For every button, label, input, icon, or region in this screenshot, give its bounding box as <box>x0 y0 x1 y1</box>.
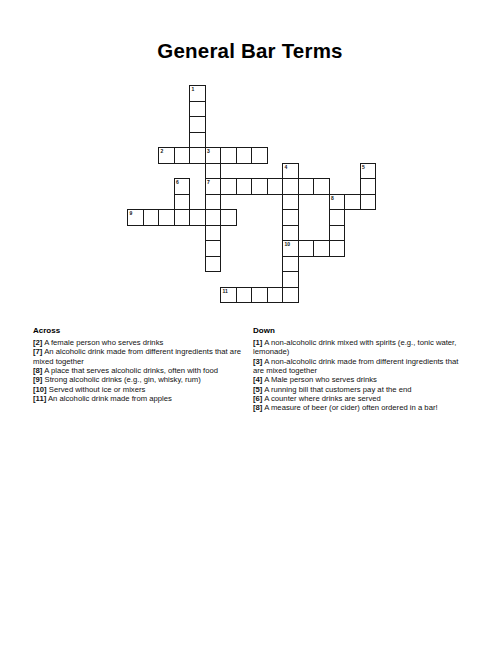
grid-cell-r12c10[interactable] <box>282 271 299 288</box>
grid-cell-r6c8[interactable] <box>251 178 268 195</box>
cell-number-label: 1 <box>192 86 195 93</box>
clue-down-5: [5] A running bill that customers pay at… <box>253 385 469 394</box>
grid-cell-r6c7[interactable] <box>236 178 253 195</box>
clue-text: Served without ice or mixers <box>49 385 146 394</box>
clue-number: [8] <box>33 366 42 375</box>
grid-cell-r10c10[interactable]: 10 <box>282 240 299 257</box>
puzzle-title: General Bar Terms <box>0 40 500 61</box>
clue-down-6: [6] A counter where drinks are served <box>253 394 469 403</box>
clue-number: [10] <box>33 385 47 394</box>
grid-cell-r6c6[interactable] <box>220 178 237 195</box>
grid-cell-r8c10[interactable] <box>282 209 299 226</box>
crossword-page: General Bar Terms 1234567891011 Across [… <box>0 0 500 647</box>
grid-cell-r10c13[interactable] <box>329 240 346 257</box>
clue-across-9: [9] Strong alcoholic drinks (e.g., gin, … <box>33 375 249 384</box>
grid-cell-r10c5[interactable] <box>205 240 222 257</box>
clue-text: A place that serves alcoholic drinks, of… <box>44 366 218 375</box>
grid-cell-r11c10[interactable] <box>282 256 299 273</box>
across-clue-list: [2] A female person who serves drinks[7]… <box>33 338 249 403</box>
clue-across-2: [2] A female person who serves drinks <box>33 338 249 347</box>
cell-number-label: 4 <box>285 164 288 171</box>
grid-cell-r4c8[interactable] <box>251 147 268 164</box>
clue-number: [6] <box>253 394 262 403</box>
cell-number-label: 10 <box>285 241 291 248</box>
grid-cell-r7c5[interactable] <box>205 194 222 211</box>
grid-cell-r4c6[interactable] <box>220 147 237 164</box>
grid-cell-r9c13[interactable] <box>329 225 346 242</box>
clue-text: A female person who serves drinks <box>44 338 163 347</box>
grid-cell-r6c11[interactable] <box>298 178 315 195</box>
grid-cell-r6c3[interactable]: 6 <box>174 178 191 195</box>
grid-cell-r4c7[interactable] <box>236 147 253 164</box>
clue-down-4: [4] A Male person who serves drinks <box>253 375 469 384</box>
clue-number: [7] <box>33 347 42 356</box>
grid-cell-r4c3[interactable] <box>174 147 191 164</box>
clue-text: A measure of beer (or cider) often order… <box>264 403 438 412</box>
grid-cell-r4c5[interactable]: 3 <box>205 147 222 164</box>
grid-cell-r8c6[interactable] <box>220 209 237 226</box>
clue-text: A Male person who serves drinks <box>264 375 377 384</box>
grid-cell-r6c15[interactable] <box>360 178 377 195</box>
crossword-grid: 1234567891011 <box>127 85 376 303</box>
down-clue-list: [1] A non-alcoholic drink mixed with spi… <box>253 338 469 413</box>
grid-cell-r11c5[interactable] <box>205 256 222 273</box>
grid-cell-r1c4[interactable] <box>189 101 206 118</box>
grid-cell-r6c12[interactable] <box>313 178 330 195</box>
clue-text: An alcoholic drink made from different i… <box>33 347 241 365</box>
grid-cell-r5c5[interactable] <box>205 163 222 180</box>
grid-cell-r7c3[interactable] <box>174 194 191 211</box>
grid-cell-r8c13[interactable] <box>329 209 346 226</box>
grid-cell-r2c4[interactable] <box>189 116 206 133</box>
down-header: Down <box>253 326 469 336</box>
grid-cell-r5c10[interactable]: 4 <box>282 163 299 180</box>
clue-across-10: [10] Served without ice or mixers <box>33 385 249 394</box>
cell-number-label: 9 <box>130 210 133 217</box>
grid-cell-r8c2[interactable] <box>158 209 175 226</box>
clue-number: [2] <box>33 338 42 347</box>
clue-down-3: [3] A non-alcoholic drink made from diff… <box>253 357 469 376</box>
grid-cell-r0c4[interactable]: 1 <box>189 85 206 102</box>
clue-text: A counter where drinks are served <box>264 394 381 403</box>
clue-number: [3] <box>253 357 262 366</box>
clue-across-8: [8] A place that serves alcoholic drinks… <box>33 366 249 375</box>
grid-cell-r7c13[interactable]: 8 <box>329 194 346 211</box>
grid-cell-r13c7[interactable] <box>236 287 253 304</box>
clue-text: A running bill that customers pay at the… <box>264 385 411 394</box>
grid-cell-r4c4[interactable] <box>189 147 206 164</box>
grid-cell-r8c4[interactable] <box>189 209 206 226</box>
grid-cell-r7c10[interactable] <box>282 194 299 211</box>
grid-cell-r6c5[interactable]: 7 <box>205 178 222 195</box>
clue-number: [9] <box>33 375 42 384</box>
grid-cell-r7c15[interactable] <box>360 194 377 211</box>
clue-number: [4] <box>253 375 262 384</box>
clue-text: An alcoholic drink made from apples <box>48 394 172 403</box>
clue-across-11: [11] An alcoholic drink made from apples <box>33 394 249 403</box>
cell-number-label: 6 <box>176 179 179 186</box>
grid-cell-r6c10[interactable] <box>282 178 299 195</box>
cell-number-label: 11 <box>223 288 228 295</box>
grid-cell-r8c1[interactable] <box>143 209 160 226</box>
clue-number: [5] <box>253 385 262 394</box>
grid-cell-r4c2[interactable]: 2 <box>158 147 175 164</box>
grid-cell-r13c6[interactable]: 11 <box>220 287 237 304</box>
grid-cell-r13c9[interactable] <box>267 287 284 304</box>
clue-down-8: [8] A measure of beer (or cider) often o… <box>253 403 469 412</box>
grid-cell-r8c3[interactable] <box>174 209 191 226</box>
clue-text: Strong alcoholic drinks (e.g., gin, whis… <box>45 375 201 384</box>
grid-cell-r3c4[interactable] <box>189 132 206 149</box>
across-header: Across <box>33 326 249 336</box>
cell-number-label: 7 <box>207 179 210 186</box>
clue-down-1: [1] A non-alcoholic drink mixed with spi… <box>253 338 469 357</box>
clue-text: A non-alcoholic drink mixed with spirits… <box>253 338 456 356</box>
grid-cell-r8c5[interactable] <box>205 209 222 226</box>
clue-number: [11] <box>33 394 46 403</box>
clue-across-7: [7] An alcoholic drink made from differe… <box>33 347 249 366</box>
clue-number: [8] <box>253 403 262 412</box>
grid-cell-r7c14[interactable] <box>344 194 361 211</box>
grid-cell-r5c15[interactable]: 5 <box>360 163 377 180</box>
grid-cell-r9c5[interactable] <box>205 225 222 242</box>
grid-cell-r13c8[interactable] <box>251 287 268 304</box>
across-clues-section: Across [2] A female person who serves dr… <box>33 326 249 403</box>
grid-cell-r9c10[interactable] <box>282 225 299 242</box>
grid-cell-r8c0[interactable]: 9 <box>127 209 144 226</box>
grid-cell-r6c9[interactable] <box>267 178 284 195</box>
cell-number-label: 3 <box>207 148 210 155</box>
grid-cell-r10c11[interactable] <box>298 240 315 257</box>
cell-number-label: 8 <box>331 195 334 202</box>
clue-number: [1] <box>253 338 262 347</box>
clue-text: A non-alcoholic drink made from differen… <box>253 357 458 375</box>
grid-cell-r13c10[interactable] <box>282 287 299 304</box>
down-clues-section: Down [1] A non-alcoholic drink mixed wit… <box>253 326 469 413</box>
cell-number-label: 2 <box>161 148 164 155</box>
grid-cell-r10c12[interactable] <box>313 240 330 257</box>
cell-number-label: 5 <box>362 164 365 171</box>
